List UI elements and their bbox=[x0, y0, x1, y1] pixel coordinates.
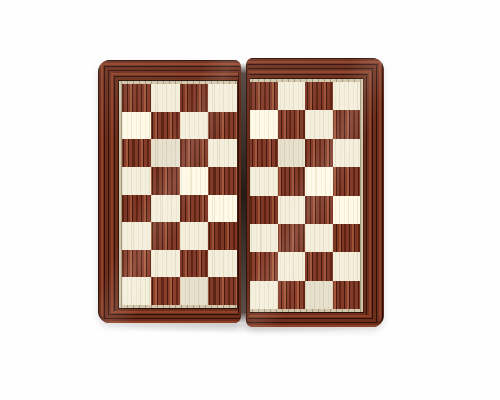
square-h8 bbox=[333, 82, 361, 110]
frame-bottom-band-right bbox=[246, 312, 384, 327]
square-d6 bbox=[208, 139, 237, 167]
square-c8 bbox=[180, 84, 209, 112]
board-left-half bbox=[98, 60, 241, 323]
square-c1 bbox=[180, 277, 209, 305]
square-f6 bbox=[278, 139, 306, 167]
square-d7 bbox=[208, 112, 237, 140]
square-d5 bbox=[208, 167, 237, 195]
square-a5 bbox=[122, 167, 151, 195]
square-h5 bbox=[333, 167, 361, 195]
square-d1 bbox=[208, 277, 237, 305]
square-g2 bbox=[305, 252, 333, 280]
square-a8 bbox=[122, 84, 151, 112]
square-g7 bbox=[305, 110, 333, 138]
square-a3 bbox=[122, 222, 151, 250]
square-g4 bbox=[305, 196, 333, 224]
square-h4 bbox=[333, 196, 361, 224]
square-h3 bbox=[333, 224, 361, 252]
square-a2 bbox=[122, 250, 151, 278]
square-b1 bbox=[151, 277, 180, 305]
square-g8 bbox=[305, 82, 333, 110]
square-d2 bbox=[208, 250, 237, 278]
product-photo bbox=[0, 0, 500, 400]
square-h2 bbox=[333, 252, 361, 280]
square-g6 bbox=[305, 139, 333, 167]
square-e7 bbox=[250, 110, 278, 138]
square-c5 bbox=[180, 167, 209, 195]
square-f8 bbox=[278, 82, 306, 110]
squares-grid-left bbox=[122, 84, 237, 305]
square-f3 bbox=[278, 224, 306, 252]
square-h6 bbox=[333, 139, 361, 167]
square-d4 bbox=[208, 195, 237, 223]
square-c3 bbox=[180, 222, 209, 250]
square-c2 bbox=[180, 250, 209, 278]
square-f2 bbox=[278, 252, 306, 280]
board-right-half bbox=[246, 58, 384, 327]
square-b5 bbox=[151, 167, 180, 195]
square-e3 bbox=[250, 224, 278, 252]
square-d8 bbox=[208, 84, 237, 112]
square-e8 bbox=[250, 82, 278, 110]
square-e5 bbox=[250, 167, 278, 195]
square-f1 bbox=[278, 281, 306, 309]
square-c4 bbox=[180, 195, 209, 223]
square-g5 bbox=[305, 167, 333, 195]
square-e6 bbox=[250, 139, 278, 167]
square-h7 bbox=[333, 110, 361, 138]
square-a7 bbox=[122, 112, 151, 140]
square-a4 bbox=[122, 195, 151, 223]
square-c6 bbox=[180, 139, 209, 167]
square-b8 bbox=[151, 84, 180, 112]
square-h1 bbox=[333, 281, 361, 309]
square-c7 bbox=[180, 112, 209, 140]
square-b2 bbox=[151, 250, 180, 278]
square-e2 bbox=[250, 252, 278, 280]
square-b7 bbox=[151, 112, 180, 140]
square-b6 bbox=[151, 139, 180, 167]
square-g3 bbox=[305, 224, 333, 252]
square-f7 bbox=[278, 110, 306, 138]
square-e4 bbox=[250, 196, 278, 224]
playing-area-left bbox=[119, 81, 237, 308]
square-f4 bbox=[278, 196, 306, 224]
frame-top-band-right bbox=[246, 58, 384, 79]
square-d3 bbox=[208, 222, 237, 250]
square-b4 bbox=[151, 195, 180, 223]
frame-bottom-band-left bbox=[98, 308, 241, 323]
square-b3 bbox=[151, 222, 180, 250]
frame-top-band-left bbox=[98, 60, 241, 81]
square-e1 bbox=[250, 281, 278, 309]
playing-area-right bbox=[250, 79, 363, 312]
square-g1 bbox=[305, 281, 333, 309]
square-f5 bbox=[278, 167, 306, 195]
squares-grid-right bbox=[250, 82, 360, 309]
square-a6 bbox=[122, 139, 151, 167]
square-a1 bbox=[122, 277, 151, 305]
